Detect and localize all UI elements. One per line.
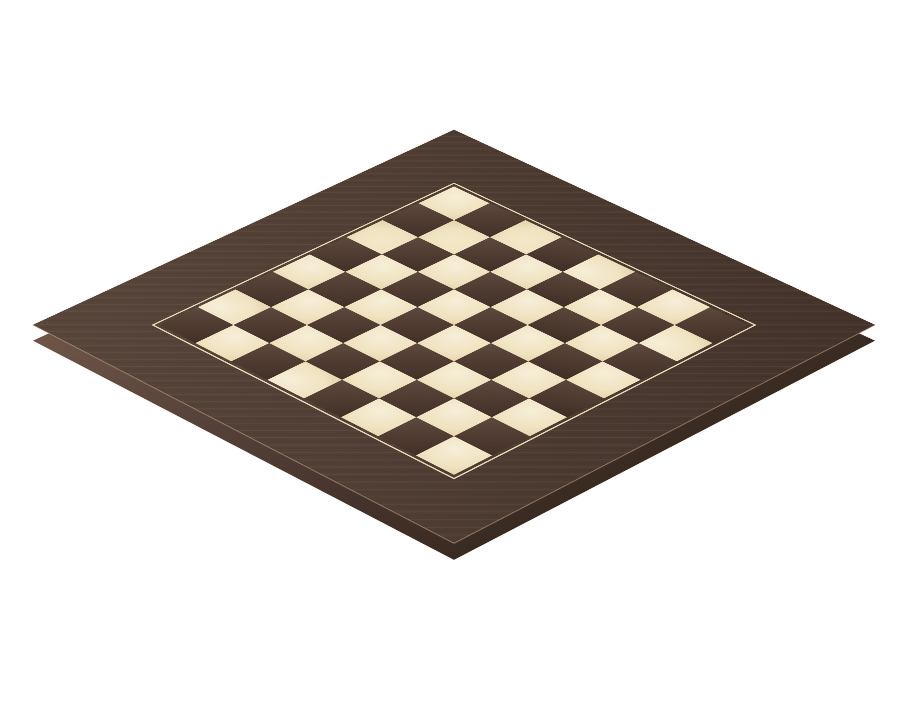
square-g2[interactable] [416, 398, 491, 436]
square-f3[interactable] [417, 361, 492, 398]
square-d2[interactable] [305, 343, 379, 380]
square-e3[interactable] [380, 343, 454, 380]
square-e4[interactable] [417, 325, 491, 361]
square-h2[interactable] [454, 417, 530, 455]
square-g5[interactable] [528, 343, 602, 380]
square-f1[interactable] [341, 398, 416, 436]
square-e1[interactable] [304, 380, 379, 417]
square-g3[interactable] [454, 380, 529, 417]
photo-canvas [0, 0, 900, 720]
square-h1[interactable] [416, 436, 492, 475]
square-h5[interactable] [566, 361, 641, 398]
chess-board [33, 130, 876, 544]
square-c1[interactable] [231, 343, 305, 380]
board-frame [33, 130, 876, 544]
playing-area [160, 186, 748, 474]
square-h6[interactable] [603, 343, 677, 380]
square-f5[interactable] [491, 325, 565, 361]
square-d1[interactable] [267, 361, 342, 398]
square-h3[interactable] [492, 398, 567, 436]
square-g6[interactable] [565, 325, 639, 361]
square-c2[interactable] [269, 325, 343, 361]
square-b1[interactable] [195, 325, 269, 361]
square-h4[interactable] [529, 380, 604, 417]
square-h7[interactable] [639, 325, 713, 361]
square-g1[interactable] [378, 417, 454, 455]
square-e2[interactable] [342, 361, 417, 398]
square-g4[interactable] [491, 361, 566, 398]
board-scene [0, 0, 900, 720]
square-d3[interactable] [343, 325, 417, 361]
square-f2[interactable] [379, 380, 454, 417]
square-f4[interactable] [454, 343, 528, 380]
